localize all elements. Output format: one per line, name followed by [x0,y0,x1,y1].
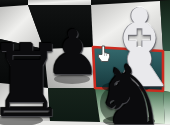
square-r0c1[interactable] [28,0,91,5]
chess-board-view: ♜ ♟ ♝ ♞ [0,0,170,125]
hand-pointer-cursor [97,45,112,63]
black-knight-piece[interactable]: ♞ [93,55,163,125]
black-pawn-piece[interactable]: ♟ [45,22,99,84]
